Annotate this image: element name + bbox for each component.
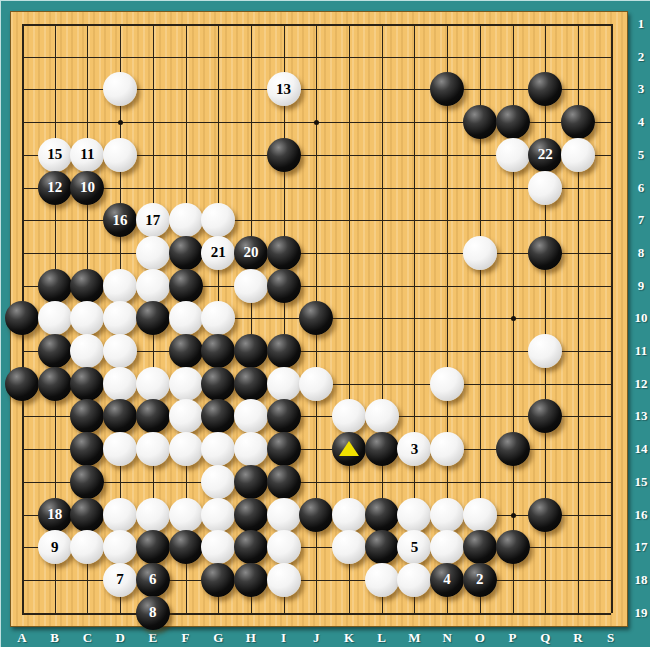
stone-black bbox=[169, 236, 203, 270]
stone-black: 22 bbox=[528, 138, 562, 172]
move-number: 9 bbox=[51, 540, 59, 555]
stone-white bbox=[267, 530, 301, 564]
stone-black bbox=[169, 334, 203, 368]
triangle-marker-icon bbox=[339, 441, 359, 456]
stone-black bbox=[267, 399, 301, 433]
move-number: 10 bbox=[80, 180, 95, 195]
stone-black bbox=[528, 498, 562, 532]
stone-black bbox=[201, 367, 235, 401]
stone-white bbox=[561, 138, 595, 172]
stone-white bbox=[365, 563, 399, 597]
stone-black: 20 bbox=[234, 236, 268, 270]
stone-black bbox=[136, 301, 170, 335]
move-number: 11 bbox=[80, 147, 94, 162]
stone-black bbox=[70, 269, 104, 303]
column-label: P bbox=[509, 630, 517, 646]
row-label: 14 bbox=[635, 441, 648, 457]
star-point bbox=[511, 316, 516, 321]
stone-white bbox=[136, 498, 170, 532]
stone-white bbox=[169, 498, 203, 532]
move-number: 17 bbox=[145, 213, 160, 228]
stone-black: 2 bbox=[463, 563, 497, 597]
stone-black bbox=[201, 334, 235, 368]
stone-black bbox=[332, 432, 366, 466]
row-label: 17 bbox=[635, 539, 648, 555]
stone-black bbox=[267, 138, 301, 172]
move-number: 2 bbox=[476, 572, 484, 587]
move-number: 20 bbox=[243, 245, 258, 260]
move-number: 13 bbox=[276, 82, 291, 97]
move-number: 5 bbox=[411, 540, 419, 555]
stone-black bbox=[365, 498, 399, 532]
stone-black bbox=[463, 530, 497, 564]
column-label: Q bbox=[540, 630, 550, 646]
stone-white bbox=[169, 203, 203, 237]
stone-white: 7 bbox=[103, 563, 137, 597]
move-number: 3 bbox=[411, 442, 419, 457]
stone-white bbox=[201, 498, 235, 532]
column-label: I bbox=[281, 630, 286, 646]
move-number: 16 bbox=[113, 213, 128, 228]
row-label: 10 bbox=[635, 310, 648, 326]
go-board-widget: ABCDEFGHIJKLMNOPQRS 12345678910111213141… bbox=[0, 0, 650, 647]
stone-black bbox=[234, 334, 268, 368]
stone-white bbox=[234, 269, 268, 303]
stone-white bbox=[103, 432, 137, 466]
move-number: 12 bbox=[47, 180, 62, 195]
stone-white bbox=[136, 367, 170, 401]
column-label: S bbox=[607, 630, 614, 646]
stone-black: 12 bbox=[38, 171, 72, 205]
column-label: M bbox=[408, 630, 420, 646]
move-number: 7 bbox=[116, 572, 124, 587]
stone-white bbox=[169, 399, 203, 433]
stone-white bbox=[169, 432, 203, 466]
move-number: 22 bbox=[538, 147, 553, 162]
stone-black bbox=[70, 498, 104, 532]
stone-black bbox=[136, 399, 170, 433]
row-label: 11 bbox=[635, 343, 647, 359]
stone-black bbox=[267, 334, 301, 368]
stone-white bbox=[38, 301, 72, 335]
stone-black: 8 bbox=[136, 596, 170, 630]
stone-white bbox=[103, 498, 137, 532]
stone-white: 13 bbox=[267, 72, 301, 106]
stone-black bbox=[463, 105, 497, 139]
stone-white bbox=[332, 498, 366, 532]
column-label: N bbox=[442, 630, 451, 646]
stone-black bbox=[234, 498, 268, 532]
row-label: 4 bbox=[638, 114, 645, 130]
stone-black bbox=[234, 563, 268, 597]
stone-white bbox=[267, 563, 301, 597]
row-label: 1 bbox=[638, 16, 645, 32]
stone-black bbox=[201, 563, 235, 597]
row-label: 3 bbox=[638, 81, 645, 97]
stone-white bbox=[103, 334, 137, 368]
stone-black bbox=[169, 269, 203, 303]
grid-line-horizontal bbox=[22, 613, 611, 615]
column-label: L bbox=[377, 630, 386, 646]
stone-white bbox=[397, 498, 431, 532]
stone-black: 4 bbox=[430, 563, 464, 597]
row-label: 12 bbox=[635, 376, 648, 392]
stone-white bbox=[201, 465, 235, 499]
stone-white bbox=[496, 138, 530, 172]
column-label: F bbox=[182, 630, 190, 646]
stone-white bbox=[103, 269, 137, 303]
column-label: B bbox=[50, 630, 59, 646]
stone-white: 15 bbox=[38, 138, 72, 172]
column-label: A bbox=[17, 630, 26, 646]
stone-white bbox=[299, 367, 333, 401]
stone-black: 6 bbox=[136, 563, 170, 597]
stone-black: 10 bbox=[70, 171, 104, 205]
stone-white bbox=[136, 269, 170, 303]
row-label: 8 bbox=[638, 245, 645, 261]
move-number: 21 bbox=[211, 245, 226, 260]
stone-white bbox=[430, 367, 464, 401]
stone-black bbox=[267, 236, 301, 270]
column-label: C bbox=[83, 630, 92, 646]
move-number: 15 bbox=[47, 147, 62, 162]
stone-black bbox=[496, 432, 530, 466]
stone-white bbox=[103, 367, 137, 401]
stone-white bbox=[169, 301, 203, 335]
stone-black bbox=[70, 465, 104, 499]
row-label: 15 bbox=[635, 474, 648, 490]
stone-black bbox=[38, 269, 72, 303]
column-label: O bbox=[475, 630, 485, 646]
stone-white bbox=[463, 498, 497, 532]
stone-black bbox=[234, 367, 268, 401]
move-number: 8 bbox=[149, 605, 157, 620]
column-label: K bbox=[344, 630, 354, 646]
stone-white bbox=[169, 367, 203, 401]
stone-black bbox=[299, 498, 333, 532]
stone-black bbox=[496, 530, 530, 564]
stone-black bbox=[365, 432, 399, 466]
row-label: 19 bbox=[635, 605, 648, 621]
stone-white: 11 bbox=[70, 138, 104, 172]
column-label: J bbox=[313, 630, 320, 646]
stone-white bbox=[267, 367, 301, 401]
row-label: 9 bbox=[638, 278, 645, 294]
stone-black bbox=[38, 334, 72, 368]
row-label: 5 bbox=[638, 147, 645, 163]
move-number: 6 bbox=[149, 572, 157, 587]
row-label: 16 bbox=[635, 507, 648, 523]
stone-black bbox=[5, 367, 39, 401]
stone-black bbox=[267, 465, 301, 499]
stone-white bbox=[234, 432, 268, 466]
stone-white bbox=[528, 171, 562, 205]
stone-white bbox=[430, 432, 464, 466]
grid-line-vertical bbox=[611, 24, 613, 613]
star-point bbox=[511, 513, 516, 518]
stone-white bbox=[463, 236, 497, 270]
row-label: 18 bbox=[635, 572, 648, 588]
move-number: 4 bbox=[443, 572, 451, 587]
stone-white bbox=[267, 498, 301, 532]
stone-black bbox=[136, 530, 170, 564]
stone-black bbox=[496, 105, 530, 139]
column-label: G bbox=[213, 630, 223, 646]
move-number: 18 bbox=[47, 507, 62, 522]
stone-black bbox=[234, 465, 268, 499]
stone-white bbox=[528, 334, 562, 368]
stone-black bbox=[38, 367, 72, 401]
stone-white: 21 bbox=[201, 236, 235, 270]
column-label: H bbox=[246, 630, 256, 646]
stone-black bbox=[528, 236, 562, 270]
stone-white: 9 bbox=[38, 530, 72, 564]
stone-white bbox=[430, 498, 464, 532]
column-label: R bbox=[573, 630, 582, 646]
stone-white: 17 bbox=[136, 203, 170, 237]
row-label: 7 bbox=[638, 212, 645, 228]
stone-black bbox=[70, 367, 104, 401]
row-label: 13 bbox=[635, 408, 648, 424]
stone-white bbox=[136, 236, 170, 270]
grid-line-horizontal bbox=[22, 482, 611, 483]
row-label: 6 bbox=[638, 180, 645, 196]
stone-black bbox=[169, 530, 203, 564]
stone-black bbox=[365, 530, 399, 564]
stone-black: 18 bbox=[38, 498, 72, 532]
stone-black bbox=[561, 105, 595, 139]
stone-white bbox=[332, 530, 366, 564]
column-label: D bbox=[115, 630, 124, 646]
row-label: 2 bbox=[638, 49, 645, 65]
stone-black bbox=[234, 530, 268, 564]
stone-white bbox=[103, 138, 137, 172]
stone-white bbox=[136, 432, 170, 466]
stone-black bbox=[267, 269, 301, 303]
stone-black bbox=[267, 432, 301, 466]
stone-white bbox=[365, 399, 399, 433]
column-label: E bbox=[148, 630, 157, 646]
